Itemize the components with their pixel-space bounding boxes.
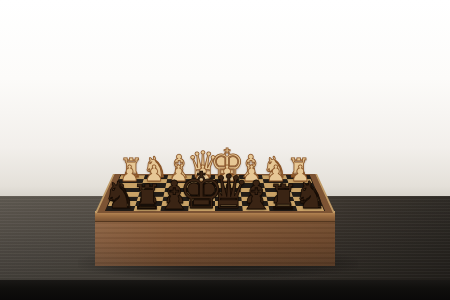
black-knight[interactable]: ♞ [103, 177, 136, 214]
pieces-layer: ♞♜♝♛♚♝♜♞♟♟♟♟♟♟♟♟♟♟♟♟♟♟♟♟♜♞♝♚♛♝♞♜ [0, 0, 450, 300]
black-knight[interactable]: ♞ [294, 177, 327, 214]
scene: ♞♜♝♛♚♝♜♞♟♟♟♟♟♟♟♟♟♟♟♟♟♟♟♟♜♞♝♚♛♝♞♜ [0, 0, 450, 300]
